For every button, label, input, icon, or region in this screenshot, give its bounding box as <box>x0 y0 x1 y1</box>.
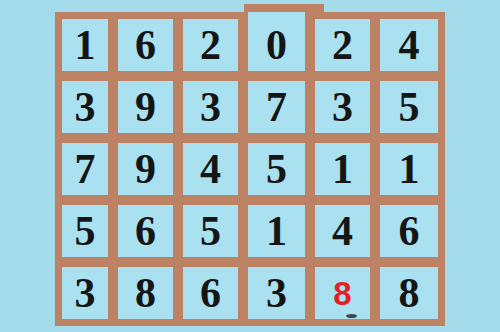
puzzle-board: 162024393735794511565146386388 <box>55 12 445 326</box>
cell-r2c2[interactable]: 9 <box>118 81 173 133</box>
cell-r1c5[interactable]: 2 <box>315 19 370 71</box>
cell-r4c6[interactable]: 6 <box>380 205 438 257</box>
cell-r1c4[interactable]: 0 <box>248 19 305 71</box>
board-top-notch-fill <box>248 12 305 20</box>
cell-r3c1[interactable]: 7 <box>62 143 108 195</box>
cell-r2c6[interactable]: 5 <box>380 81 438 133</box>
cell-r1c1[interactable]: 1 <box>62 19 108 71</box>
cell-r3c3[interactable]: 4 <box>183 143 238 195</box>
cell-r5c3[interactable]: 6 <box>183 267 238 319</box>
cell-r3c5[interactable]: 1 <box>315 143 370 195</box>
cell-r4c3[interactable]: 5 <box>183 205 238 257</box>
cell-r4c4[interactable]: 1 <box>248 205 305 257</box>
smudge-artifact <box>346 314 357 318</box>
cell-r5c5[interactable]: 8 <box>315 267 370 319</box>
cell-r5c6[interactable]: 8 <box>380 267 438 319</box>
cell-r3c6[interactable]: 1 <box>380 143 438 195</box>
cell-r4c1[interactable]: 5 <box>62 205 108 257</box>
cell-r2c1[interactable]: 3 <box>62 81 108 133</box>
cell-r1c6[interactable]: 4 <box>380 19 438 71</box>
cell-r2c3[interactable]: 3 <box>183 81 238 133</box>
cell-r3c4[interactable]: 5 <box>248 143 305 195</box>
cell-r4c5[interactable]: 4 <box>315 205 370 257</box>
cell-r1c2[interactable]: 6 <box>118 19 173 71</box>
cell-r2c5[interactable]: 3 <box>315 81 370 133</box>
cell-r5c2[interactable]: 8 <box>118 267 173 319</box>
cell-r1c3[interactable]: 2 <box>183 19 238 71</box>
cell-r3c2[interactable]: 9 <box>118 143 173 195</box>
cell-r4c2[interactable]: 6 <box>118 205 173 257</box>
cell-r5c1[interactable]: 3 <box>62 267 108 319</box>
cell-r5c4[interactable]: 3 <box>248 267 305 319</box>
cell-r2c4[interactable]: 7 <box>248 81 305 133</box>
